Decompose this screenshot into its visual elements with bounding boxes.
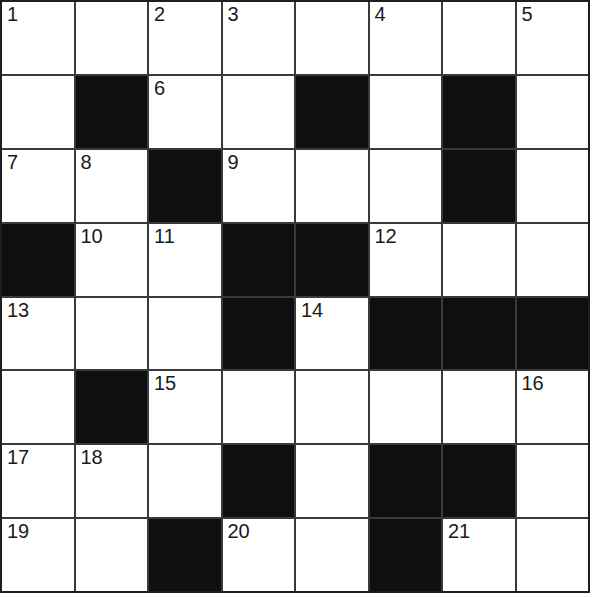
white-cell[interactable]	[370, 150, 442, 222]
white-cell[interactable]	[149, 445, 221, 517]
clue-number: 18	[81, 446, 103, 468]
clue-number: 3	[228, 3, 239, 25]
clue-number: 4	[375, 3, 386, 25]
clue-number: 1	[7, 3, 18, 25]
white-cell[interactable]	[517, 445, 589, 517]
white-cell[interactable]: 18	[76, 445, 148, 517]
clue-number: 7	[7, 151, 18, 173]
clue-number: 10	[81, 225, 103, 247]
black-cell	[370, 445, 442, 517]
black-cell	[370, 519, 442, 591]
crossword-board: 123456789101112131415161718192021	[0, 0, 590, 593]
crossword-page: 123456789101112131415161718192021	[0, 0, 593, 597]
black-cell	[223, 298, 295, 370]
white-cell[interactable]	[149, 298, 221, 370]
clue-number: 5	[522, 3, 533, 25]
clue-number: 17	[7, 446, 29, 468]
clue-number: 19	[7, 520, 29, 542]
white-cell[interactable]: 13	[2, 298, 74, 370]
black-cell	[296, 76, 368, 148]
white-cell[interactable]	[76, 519, 148, 591]
black-cell	[223, 445, 295, 517]
white-cell[interactable]: 7	[2, 150, 74, 222]
black-cell	[443, 298, 515, 370]
white-cell[interactable]: 14	[296, 298, 368, 370]
white-cell[interactable]: 11	[149, 224, 221, 296]
clue-number: 13	[7, 299, 29, 321]
clue-number: 20	[228, 520, 250, 542]
white-cell[interactable]: 2	[149, 2, 221, 74]
white-cell[interactable]: 19	[2, 519, 74, 591]
white-cell[interactable]: 4	[370, 2, 442, 74]
white-cell[interactable]	[517, 519, 589, 591]
black-cell	[2, 224, 74, 296]
black-cell	[76, 76, 148, 148]
white-cell[interactable]	[76, 2, 148, 74]
white-cell[interactable]	[296, 445, 368, 517]
black-cell	[370, 298, 442, 370]
white-cell[interactable]: 20	[223, 519, 295, 591]
black-cell	[296, 224, 368, 296]
white-cell[interactable]	[296, 371, 368, 443]
white-cell[interactable]	[223, 76, 295, 148]
white-cell[interactable]	[296, 150, 368, 222]
white-cell[interactable]: 10	[76, 224, 148, 296]
black-cell	[443, 76, 515, 148]
white-cell[interactable]	[443, 371, 515, 443]
white-cell[interactable]: 3	[223, 2, 295, 74]
white-cell[interactable]: 12	[370, 224, 442, 296]
clue-number: 11	[154, 225, 175, 247]
white-cell[interactable]	[76, 298, 148, 370]
clue-number: 9	[228, 151, 239, 173]
black-cell	[149, 150, 221, 222]
black-cell	[76, 371, 148, 443]
white-cell[interactable]: 16	[517, 371, 589, 443]
black-cell	[517, 298, 589, 370]
clue-number: 16	[522, 372, 544, 394]
white-cell[interactable]	[517, 150, 589, 222]
clue-number: 21	[448, 520, 470, 542]
clue-number: 14	[301, 299, 323, 321]
white-cell[interactable]: 9	[223, 150, 295, 222]
white-cell[interactable]: 21	[443, 519, 515, 591]
white-cell[interactable]	[370, 76, 442, 148]
clue-number: 6	[154, 77, 165, 99]
white-cell[interactable]	[296, 2, 368, 74]
clue-number: 15	[154, 372, 176, 394]
white-cell[interactable]: 1	[2, 2, 74, 74]
black-cell	[443, 150, 515, 222]
black-cell	[149, 519, 221, 591]
white-cell[interactable]: 5	[517, 2, 589, 74]
white-cell[interactable]: 8	[76, 150, 148, 222]
white-cell[interactable]	[2, 76, 74, 148]
clue-number: 8	[81, 151, 92, 173]
white-cell[interactable]: 15	[149, 371, 221, 443]
white-cell[interactable]: 6	[149, 76, 221, 148]
white-cell[interactable]	[443, 2, 515, 74]
white-cell[interactable]	[517, 224, 589, 296]
white-cell[interactable]	[296, 519, 368, 591]
clue-number: 2	[154, 3, 165, 25]
white-cell[interactable]	[370, 371, 442, 443]
white-cell[interactable]	[517, 76, 589, 148]
clue-number: 12	[375, 225, 397, 247]
black-cell	[443, 445, 515, 517]
white-cell[interactable]	[223, 371, 295, 443]
white-cell[interactable]	[443, 224, 515, 296]
black-cell	[223, 224, 295, 296]
white-cell[interactable]: 17	[2, 445, 74, 517]
white-cell[interactable]	[2, 371, 74, 443]
